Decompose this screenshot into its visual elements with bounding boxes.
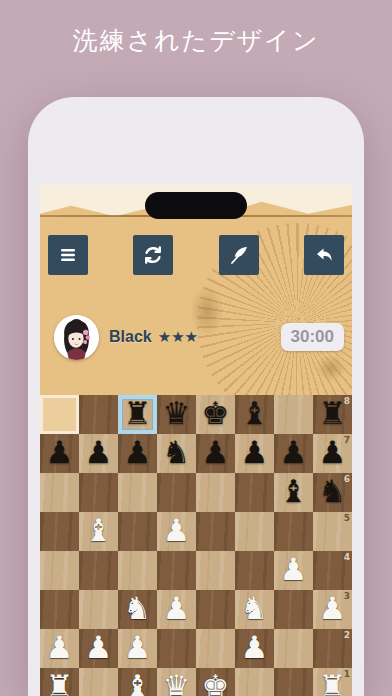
square-f2[interactable]: ♟ [235,629,274,668]
square-e7[interactable]: ♟ [196,434,235,473]
square-b1[interactable] [79,668,118,696]
square-g6[interactable]: ♝ [274,473,313,512]
square-e2[interactable] [196,629,235,668]
rank-label-7: 7 [344,435,350,445]
player-avatar [54,315,99,360]
square-h5[interactable]: 5 [313,512,352,551]
white-piece-f3: ♞ [241,589,269,628]
menu-button[interactable] [48,235,88,275]
square-f4[interactable] [235,551,274,590]
square-e4[interactable] [196,551,235,590]
player-name: Black [109,328,152,346]
white-piece-d3: ♟ [163,589,191,628]
refresh-button[interactable] [133,235,173,275]
square-g2[interactable] [274,629,313,668]
square-a6[interactable] [40,473,79,512]
square-f7[interactable]: ♟ [235,434,274,473]
undo-icon [312,243,336,267]
black-piece-c8: ♜ [124,394,152,433]
undo-button[interactable] [304,235,344,275]
rank-label-8: 8 [344,396,350,406]
white-piece-c1: ♝ [124,667,152,696]
chess-board: ♜♛♚♝♜8♟♟♟♞♟♟♟♟7♝♞6♝♟5♟4♞♟♞♟3♟♟♟♟2♜♝♛♚♜1 [40,395,352,696]
white-piece-h3: ♟ [319,589,347,628]
square-e6[interactable] [196,473,235,512]
black-piece-e8: ♚ [202,394,230,433]
square-g3[interactable] [274,590,313,629]
white-piece-d5: ♟ [163,511,191,550]
square-d2[interactable] [157,629,196,668]
square-d6[interactable] [157,473,196,512]
phone-mockup: Black ★★★ 30:00 ♜♛♚♝♜8♟♟♟♞♟♟♟♟7♝♞6♝♟5♟4♞… [28,97,364,696]
player-rating-stars: ★★★ [158,328,198,346]
black-piece-e7: ♟ [202,433,230,472]
square-c6[interactable] [118,473,157,512]
square-e5[interactable] [196,512,235,551]
square-b4[interactable] [79,551,118,590]
app-screen: Black ★★★ 30:00 ♜♛♚♝♜8♟♟♟♞♟♟♟♟7♝♞6♝♟5♟4♞… [40,185,352,696]
rank-label-2: 2 [344,630,350,640]
player-row: Black ★★★ 30:00 [54,313,344,361]
square-a5[interactable] [40,512,79,551]
dynamic-island [145,192,247,219]
square-a8[interactable] [40,395,79,434]
black-piece-h7: ♟ [319,433,347,472]
white-piece-b2: ♟ [85,628,113,667]
black-piece-c7: ♟ [124,433,152,472]
black-piece-h6: ♞ [319,472,347,511]
white-piece-a2: ♟ [46,628,74,667]
square-h4[interactable]: 4 [313,551,352,590]
square-c3[interactable]: ♞ [118,590,157,629]
square-a7[interactable]: ♟ [40,434,79,473]
square-a2[interactable]: ♟ [40,629,79,668]
square-g4[interactable]: ♟ [274,551,313,590]
black-piece-f8: ♝ [241,394,269,433]
rank-label-5: 5 [344,513,350,523]
square-c2[interactable]: ♟ [118,629,157,668]
black-piece-d8: ♛ [163,394,191,433]
white-piece-h1: ♜ [319,667,347,696]
square-h8[interactable]: ♜8 [313,395,352,434]
white-piece-c2: ♟ [124,628,152,667]
square-g8[interactable] [274,395,313,434]
rank-label-3: 3 [344,591,350,601]
white-piece-c3: ♞ [124,589,152,628]
white-piece-d1: ♛ [163,667,191,696]
page-title: 洗練されたデザイン [0,24,392,57]
square-d3[interactable]: ♟ [157,590,196,629]
refresh-icon [141,243,165,267]
square-a4[interactable] [40,551,79,590]
square-f1[interactable] [235,668,274,696]
black-piece-h8: ♜ [319,394,347,433]
black-piece-a7: ♟ [46,433,74,472]
square-e3[interactable] [196,590,235,629]
square-a1[interactable]: ♜ [40,668,79,696]
square-d1[interactable]: ♛ [157,668,196,696]
square-f3[interactable]: ♞ [235,590,274,629]
rank-label-6: 6 [344,474,350,484]
white-piece-e1: ♚ [202,667,230,696]
square-b3[interactable] [79,590,118,629]
square-h7[interactable]: ♟7 [313,434,352,473]
square-g1[interactable] [274,668,313,696]
feather-button[interactable] [219,235,259,275]
white-piece-f2: ♟ [241,628,269,667]
square-c5[interactable] [118,512,157,551]
rank-label-1: 1 [344,669,350,679]
white-piece-b5: ♝ [85,511,113,550]
square-f5[interactable] [235,512,274,551]
square-h6[interactable]: ♞6 [313,473,352,512]
square-b2[interactable]: ♟ [79,629,118,668]
square-f6[interactable] [235,473,274,512]
square-h1[interactable]: ♜1 [313,668,352,696]
menu-icon [56,243,80,267]
square-e1[interactable]: ♚ [196,668,235,696]
square-b6[interactable] [79,473,118,512]
square-g7[interactable]: ♟ [274,434,313,473]
square-b8[interactable] [79,395,118,434]
black-piece-g6: ♝ [280,472,308,511]
rank-label-4: 4 [344,552,350,562]
square-g5[interactable] [274,512,313,551]
square-d8[interactable]: ♛ [157,395,196,434]
black-piece-d7: ♞ [163,433,191,472]
black-piece-g7: ♟ [280,433,308,472]
square-b5[interactable]: ♝ [79,512,118,551]
square-h3[interactable]: ♟3 [313,590,352,629]
player-clock: 30:00 [281,323,344,351]
square-e8[interactable]: ♚ [196,395,235,434]
square-d4[interactable] [157,551,196,590]
square-c7[interactable]: ♟ [118,434,157,473]
feather-icon [227,243,251,267]
square-c4[interactable] [118,551,157,590]
square-c1[interactable]: ♝ [118,668,157,696]
square-d7[interactable]: ♞ [157,434,196,473]
square-h2[interactable]: 2 [313,629,352,668]
white-piece-g4: ♟ [280,550,308,589]
square-d5[interactable]: ♟ [157,512,196,551]
black-piece-b7: ♟ [85,433,113,472]
square-c8[interactable]: ♜ [118,395,157,434]
white-piece-a1: ♜ [46,667,74,696]
square-a3[interactable] [40,590,79,629]
toolbar [48,235,344,275]
black-piece-f7: ♟ [241,433,269,472]
square-b7[interactable]: ♟ [79,434,118,473]
square-f8[interactable]: ♝ [235,395,274,434]
